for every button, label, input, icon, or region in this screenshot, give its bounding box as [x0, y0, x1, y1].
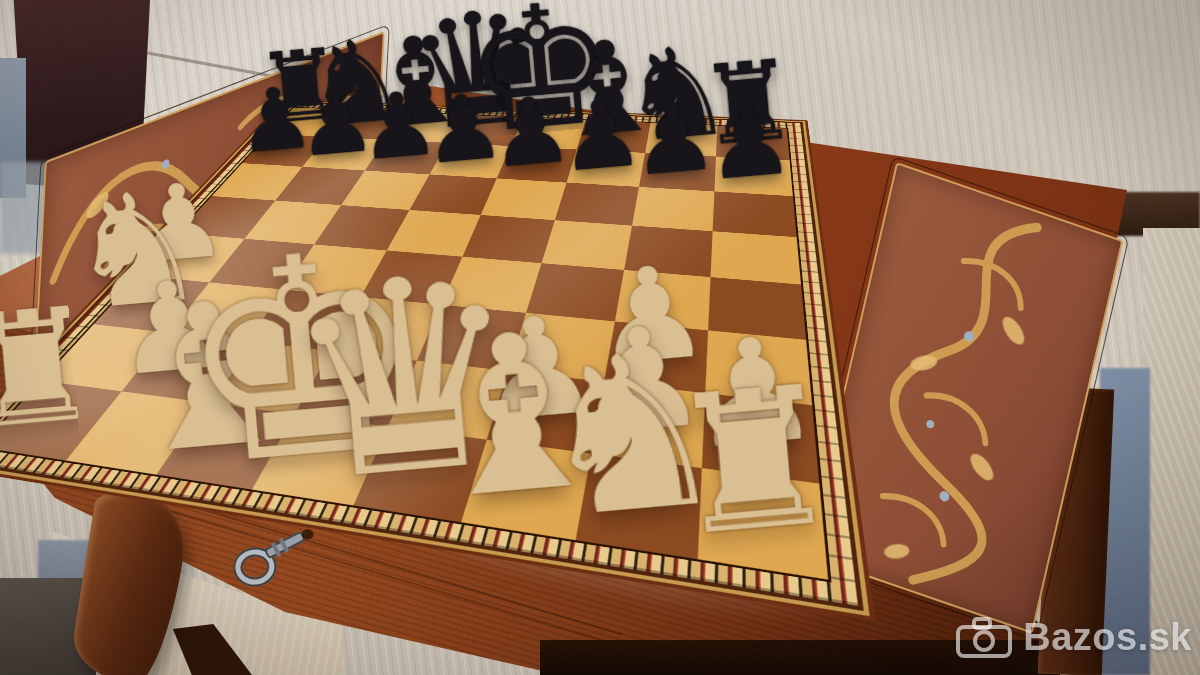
- black-pawn-h7: ♟: [701, 90, 797, 195]
- drawer-key-icon: [220, 513, 328, 603]
- chess-board: ♜♞♝♛♚♝♞♜♟♟♟♟♟♟♟♟♟♞♟♟♟♟♟♜♝♚♛♝♞♜: [0, 102, 858, 606]
- camera-icon: [955, 617, 1013, 659]
- white-rook-h1: ♜: [661, 359, 848, 564]
- board-perspective-wrapper: ♜♞♝♛♚♝♞♜♟♟♟♟♟♟♟♟♟♞♟♟♟♟♟♜♝♚♛♝♞♜: [0, 0, 1200, 675]
- pieces-layer: ♜♞♝♛♚♝♞♜♟♟♟♟♟♟♟♟♟♞♟♟♟♟♟♜♝♚♛♝♞♜: [0, 108, 828, 580]
- white-rook-a1: ♜: [0, 285, 109, 452]
- watermark-text: Bazos.sk: [1023, 616, 1192, 659]
- watermark: Bazos.sk: [955, 616, 1192, 659]
- photo-scene: ♜♞♝♛♚♝♞♜♟♟♟♟♟♟♟♟♟♞♟♟♟♟♟♜♝♚♛♝♞♜ Bazos.sk: [0, 0, 1200, 675]
